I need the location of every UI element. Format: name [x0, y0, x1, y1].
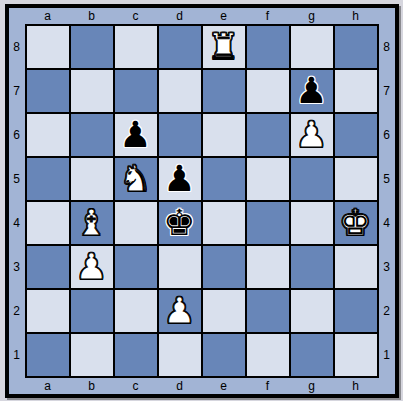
square-h7[interactable]	[335, 70, 377, 112]
file-label-e: e	[203, 380, 245, 392]
square-h6[interactable]	[335, 114, 377, 156]
square-b2[interactable]	[71, 290, 113, 332]
square-d2[interactable]: ♟	[159, 290, 201, 332]
file-labels-bottom: abcdefgh	[25, 378, 379, 394]
square-b4[interactable]: ♝	[71, 202, 113, 244]
square-e5[interactable]	[203, 158, 245, 200]
square-g6[interactable]: ♟	[291, 114, 333, 156]
rank-label-1: 1	[383, 334, 390, 376]
rank-label-7: 7	[383, 70, 390, 112]
square-g5[interactable]	[291, 158, 333, 200]
square-f3[interactable]	[247, 246, 289, 288]
file-label-c: c	[115, 380, 157, 392]
rank-label-8: 8	[383, 26, 390, 68]
square-g7[interactable]: ♟	[291, 70, 333, 112]
square-d8[interactable]	[159, 26, 201, 68]
file-label-b: b	[71, 380, 113, 392]
file-label-e: e	[203, 10, 245, 22]
square-e7[interactable]	[203, 70, 245, 112]
square-a2[interactable]	[27, 290, 69, 332]
black-pawn: ♟	[295, 73, 327, 109]
rank-label-8: 8	[13, 26, 20, 68]
square-b5[interactable]	[71, 158, 113, 200]
rank-label-4: 4	[13, 202, 20, 244]
rank-label-4: 4	[383, 202, 390, 244]
rank-label-6: 6	[383, 114, 390, 156]
rank-label-1: 1	[13, 334, 20, 376]
file-label-d: d	[159, 10, 201, 22]
file-label-g: g	[291, 380, 333, 392]
square-a5[interactable]	[27, 158, 69, 200]
white-pawn: ♟	[163, 293, 195, 329]
square-f6[interactable]	[247, 114, 289, 156]
square-h1[interactable]	[335, 334, 377, 376]
square-g2[interactable]	[291, 290, 333, 332]
band-corner-top-right	[379, 8, 395, 24]
square-g4[interactable]	[291, 202, 333, 244]
file-label-a: a	[27, 10, 69, 22]
white-bishop: ♝	[75, 205, 107, 241]
coordinate-band: abcdefgh 87654321 ♜♟♟♟♞♟♝♚♚♟♟ 87654321 a…	[9, 8, 395, 394]
square-h5[interactable]	[335, 158, 377, 200]
rank-label-2: 2	[13, 290, 20, 332]
square-c5[interactable]: ♞	[115, 158, 157, 200]
square-e4[interactable]	[203, 202, 245, 244]
file-label-f: f	[247, 380, 289, 392]
square-a3[interactable]	[27, 246, 69, 288]
square-b3[interactable]: ♟	[71, 246, 113, 288]
square-f1[interactable]	[247, 334, 289, 376]
file-labels-top: abcdefgh	[25, 8, 379, 24]
white-pawn: ♟	[295, 117, 327, 153]
file-label-c: c	[115, 10, 157, 22]
rank-label-6: 6	[13, 114, 20, 156]
black-pawn: ♟	[119, 117, 151, 153]
square-f2[interactable]	[247, 290, 289, 332]
square-d5[interactable]: ♟	[159, 158, 201, 200]
square-c6[interactable]: ♟	[115, 114, 157, 156]
square-a6[interactable]	[27, 114, 69, 156]
square-a4[interactable]	[27, 202, 69, 244]
file-label-d: d	[159, 380, 201, 392]
square-e6[interactable]	[203, 114, 245, 156]
rank-label-2: 2	[383, 290, 390, 332]
square-d4[interactable]: ♚	[159, 202, 201, 244]
band-corner-bottom-right	[379, 378, 395, 394]
black-king: ♚	[163, 205, 195, 241]
file-label-h: h	[335, 10, 377, 22]
file-label-b: b	[71, 10, 113, 22]
square-c3[interactable]	[115, 246, 157, 288]
file-label-a: a	[27, 380, 69, 392]
square-d1[interactable]	[159, 334, 201, 376]
square-b1[interactable]	[71, 334, 113, 376]
square-f8[interactable]	[247, 26, 289, 68]
square-c4[interactable]	[115, 202, 157, 244]
file-label-h: h	[335, 380, 377, 392]
square-a7[interactable]	[27, 70, 69, 112]
square-g1[interactable]	[291, 334, 333, 376]
square-h2[interactable]	[335, 290, 377, 332]
square-c2[interactable]	[115, 290, 157, 332]
file-label-f: f	[247, 10, 289, 22]
square-e2[interactable]	[203, 290, 245, 332]
white-king: ♚	[339, 205, 371, 241]
square-f5[interactable]	[247, 158, 289, 200]
square-a1[interactable]	[27, 334, 69, 376]
square-h4[interactable]: ♚	[335, 202, 377, 244]
band-corner-bottom-left	[9, 378, 25, 394]
square-c8[interactable]	[115, 26, 157, 68]
square-e8[interactable]: ♜	[203, 26, 245, 68]
rank-label-3: 3	[383, 246, 390, 288]
square-e3[interactable]	[203, 246, 245, 288]
black-pawn: ♟	[163, 161, 195, 197]
file-label-g: g	[291, 10, 333, 22]
screenshot-background: abcdefgh 87654321 ♜♟♟♟♞♟♝♚♚♟♟ 87654321 a…	[0, 0, 403, 401]
square-a8[interactable]	[27, 26, 69, 68]
square-f7[interactable]	[247, 70, 289, 112]
square-h8[interactable]	[335, 26, 377, 68]
rank-label-5: 5	[383, 158, 390, 200]
square-f4[interactable]	[247, 202, 289, 244]
rank-labels-left: 87654321	[9, 24, 25, 378]
band-corner-top-left	[9, 8, 25, 24]
square-g8[interactable]	[291, 26, 333, 68]
square-b8[interactable]	[71, 26, 113, 68]
square-c1[interactable]	[115, 334, 157, 376]
square-c7[interactable]	[115, 70, 157, 112]
rank-label-5: 5	[13, 158, 20, 200]
rank-labels-right: 87654321	[379, 24, 395, 378]
square-e1[interactable]	[203, 334, 245, 376]
square-g3[interactable]	[291, 246, 333, 288]
white-rook: ♜	[207, 29, 239, 65]
white-pawn: ♟	[75, 249, 107, 285]
square-d3[interactable]	[159, 246, 201, 288]
square-b6[interactable]	[71, 114, 113, 156]
chess-board-frame: abcdefgh 87654321 ♜♟♟♟♞♟♝♚♚♟♟ 87654321 a…	[5, 4, 399, 398]
white-knight: ♞	[119, 161, 151, 197]
rank-label-3: 3	[13, 246, 20, 288]
rank-label-7: 7	[13, 70, 20, 112]
square-h3[interactable]	[335, 246, 377, 288]
chess-board: ♜♟♟♟♞♟♝♚♚♟♟	[25, 24, 379, 378]
square-d6[interactable]	[159, 114, 201, 156]
square-b7[interactable]	[71, 70, 113, 112]
square-d7[interactable]	[159, 70, 201, 112]
